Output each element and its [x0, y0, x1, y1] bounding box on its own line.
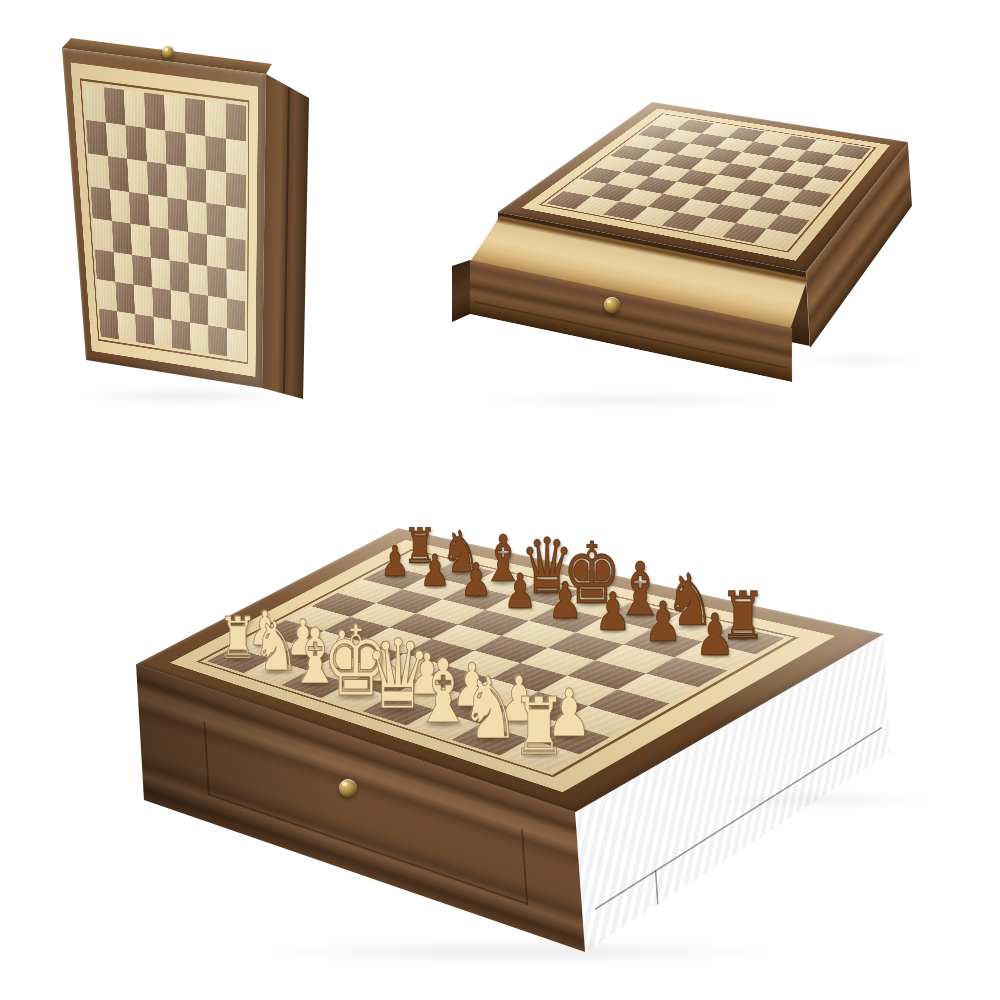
square-g3 [510, 692, 588, 722]
board-square [117, 311, 137, 342]
chess-piece-black-pawn-f7: ♟ [594, 585, 631, 638]
board-square [753, 229, 797, 249]
board-square [650, 139, 689, 154]
board-square [168, 229, 188, 263]
board-square [207, 266, 226, 299]
board-square [791, 189, 832, 207]
square-a4 [286, 606, 350, 630]
square-c8 [469, 571, 538, 595]
chess-piece-black-bishop-c8: ♝ [480, 528, 525, 593]
board-square [718, 163, 758, 179]
board-square [774, 172, 814, 189]
square-c4 [363, 627, 431, 653]
chess-piece-white-knight-b1: ♞ [252, 613, 300, 681]
board-square [706, 204, 749, 223]
chess-piece-black-pawn-c7: ♟ [460, 558, 492, 604]
board-square [95, 249, 115, 282]
chess-piece-white-pawn-e2: ♟ [407, 646, 447, 703]
board-square [167, 197, 187, 232]
board-square [135, 314, 154, 345]
board-square [147, 161, 168, 197]
piece-shadow [486, 579, 520, 587]
square-f5 [520, 648, 596, 676]
chess-piece-white-rook-a1: ♜ [218, 610, 258, 668]
square-a2 [233, 634, 297, 659]
chess-piece-black-bishop-f8: ♝ [614, 552, 666, 626]
chess-piece-white-king-d1: ♚ [322, 613, 390, 710]
square-e6 [502, 621, 575, 648]
square-f8 [602, 602, 678, 629]
board-square [226, 299, 245, 331]
board-square [171, 319, 190, 350]
square-b7 [402, 575, 469, 599]
piece-shadow [252, 643, 277, 649]
board-square [145, 128, 166, 165]
square-a8 [388, 553, 453, 576]
square-e2 [391, 681, 463, 710]
drawer-interior [470, 216, 808, 330]
square-g8 [651, 614, 730, 642]
board-square [749, 197, 791, 215]
square-b4 [324, 617, 390, 642]
piece-shadow [519, 749, 560, 759]
board-square [769, 146, 807, 161]
square-h5 [617, 673, 698, 703]
board-square [206, 203, 226, 238]
right-face-notch [655, 869, 659, 904]
square-d5 [431, 624, 502, 650]
square-e7 [529, 606, 603, 632]
piece-shadow [726, 635, 760, 644]
board-square [767, 215, 810, 234]
piece-shadow [570, 599, 614, 610]
square-d3 [376, 653, 446, 680]
board-square [720, 191, 762, 209]
board-square [152, 287, 171, 319]
square-d2 [349, 668, 419, 696]
board-square [742, 142, 780, 157]
square-c1 [281, 671, 349, 698]
board-square [824, 155, 862, 171]
board-square [796, 150, 834, 165]
left-face-shading [136, 664, 585, 952]
square-e5 [474, 636, 547, 663]
square-g1 [452, 724, 530, 756]
board-square [166, 164, 187, 200]
square-h6 [646, 657, 728, 687]
board-square [677, 199, 720, 218]
square-g7 [623, 629, 702, 657]
board-square [125, 125, 146, 162]
board-square [190, 322, 209, 353]
board-square [677, 170, 718, 187]
board-square [225, 103, 246, 141]
board-square [722, 223, 766, 243]
board-square [705, 174, 746, 191]
chess-piece-black-knight-g8: ♞ [665, 566, 715, 638]
board-square [188, 232, 208, 266]
board-square [762, 184, 803, 202]
chess-piece-black-queen-d8: ♛ [520, 527, 574, 604]
board-square [745, 168, 785, 185]
drawer-end-cap [452, 260, 470, 322]
light-wash [136, 528, 884, 812]
board-square [563, 179, 606, 196]
square-d1 [321, 683, 391, 711]
board-square [546, 191, 591, 209]
box-right-face [806, 142, 912, 348]
board-square [149, 226, 169, 260]
chess-piece-black-pawn-e7: ♟ [548, 576, 583, 626]
board-square [164, 95, 185, 133]
square-b3 [297, 631, 363, 657]
board-square [662, 212, 706, 231]
board-square [625, 135, 664, 150]
chess-piece-black-rook-h8: ♜ [720, 583, 766, 649]
square-h8 [702, 626, 784, 655]
piece-shadow [526, 589, 566, 599]
square-h2 [529, 722, 610, 754]
square-g2 [481, 708, 559, 739]
square-e3 [419, 666, 492, 694]
board-square [165, 130, 186, 167]
chessboard-grid [546, 116, 870, 249]
board-square [622, 160, 663, 176]
board-square [702, 123, 739, 137]
square-d6 [458, 610, 529, 636]
box-top-edge [62, 38, 272, 74]
right-face-seam [595, 727, 882, 911]
board-square [208, 325, 227, 356]
chess-piece-black-rook-a8: ♜ [404, 522, 438, 570]
board-square [664, 129, 702, 143]
square-c6 [416, 599, 485, 624]
board-square [727, 127, 764, 141]
board-square [635, 177, 677, 194]
square-h1 [499, 739, 580, 772]
piece-shadow [456, 705, 487, 713]
board-square [663, 181, 705, 198]
piece-shadow [384, 575, 406, 581]
square-f3 [463, 678, 538, 707]
board-square [580, 167, 622, 184]
brass-knob [604, 297, 620, 313]
piece-shadow [295, 679, 335, 689]
board-square [104, 87, 126, 125]
ground-shadow [460, 392, 800, 408]
board-square [205, 100, 226, 138]
chessboard-top-face [136, 528, 884, 812]
chessboard-grid [84, 85, 246, 360]
chess-piece-black-pawn-a7: ♟ [380, 541, 410, 583]
board-square [88, 153, 109, 189]
chessboard-top-face [62, 48, 266, 388]
chess-piece-black-knight-b8: ♞ [441, 524, 481, 581]
square-c5 [390, 613, 458, 638]
light-wash [62, 48, 266, 388]
square-b8 [428, 562, 495, 585]
piece-shadow [373, 704, 423, 717]
ground-shadow [787, 354, 937, 366]
brass-knob [339, 779, 357, 797]
board-square [91, 186, 112, 221]
chess-piece-white-pawn-d2: ♟ [364, 635, 402, 690]
square-d7 [485, 596, 556, 621]
board-square [148, 194, 168, 229]
board-square [834, 144, 871, 159]
chess-piece-white-queen-e1: ♛ [365, 627, 432, 723]
square-d8 [511, 581, 582, 606]
view-board-with-pieces: ♜♞♝♛♚♝♞♜♟♟♟♟♟♟♟♟♟♟♟♟♟♟♟♟♜♞♝♚♛♝♞♜ [0, 0, 1000, 1000]
square-e1 [363, 696, 435, 725]
board-square [186, 167, 206, 203]
square-g4 [539, 676, 617, 706]
chess-piece-white-bishop-c1: ♝ [288, 618, 342, 695]
chess-piece-black-pawn-g7: ♟ [643, 595, 682, 650]
board-square [134, 285, 154, 317]
board-square [652, 116, 689, 130]
drawer-front [470, 260, 792, 382]
square-c2 [309, 656, 377, 683]
board-square [632, 207, 676, 226]
board-square [108, 156, 129, 192]
chess-piece-white-pawn-f2: ♟ [451, 657, 493, 717]
piece-shadow [408, 561, 433, 567]
chess-piece-white-pawn-g2: ♟ [497, 669, 541, 732]
board-square [170, 260, 190, 293]
board-square [208, 296, 227, 328]
square-b6 [376, 589, 442, 613]
board-square [189, 293, 208, 325]
chess-piece-black-king-e8: ♚ [563, 531, 622, 616]
brass-knob [162, 46, 174, 58]
right-face-grain [575, 634, 890, 952]
board-square [207, 235, 226, 269]
board-square [132, 254, 152, 287]
piece-shadow [420, 719, 466, 731]
board-square [84, 85, 106, 123]
chessboard-grid [207, 553, 785, 772]
square-h7 [674, 641, 756, 670]
board-square [677, 143, 716, 158]
piece-shadow [552, 616, 578, 623]
drawer-front-groove [475, 301, 788, 369]
board-square [153, 317, 172, 348]
board-square [591, 184, 634, 202]
box-side-edge [262, 74, 309, 399]
board-square [757, 157, 796, 173]
square-g5 [567, 660, 646, 689]
square-b5 [350, 603, 416, 628]
board-square [619, 189, 662, 207]
chess-piece-white-pawn-h2: ♟ [546, 681, 592, 747]
board-square [86, 120, 108, 157]
board-square [677, 119, 714, 133]
board-square [112, 221, 132, 255]
board-square [716, 137, 754, 152]
piece-shadow [329, 666, 356, 673]
board-square [144, 92, 165, 130]
board-square [779, 202, 821, 221]
chess-piece-white-pawn-b2: ♟ [285, 614, 320, 664]
chess-piece-white-bishop-f1: ♝ [412, 648, 474, 737]
piece-shadow [223, 656, 253, 663]
board-square [691, 186, 733, 204]
chess-piece-white-pawn-c2: ♟ [324, 624, 361, 676]
square-f1 [406, 709, 481, 739]
board-square [127, 159, 148, 195]
board-square [113, 252, 133, 285]
board-square [106, 122, 128, 159]
piece-shadow [507, 605, 532, 611]
piece-shadow [330, 691, 380, 704]
piece-shadow [446, 570, 476, 577]
board-square [753, 132, 790, 146]
square-a1 [207, 647, 270, 673]
board-square [730, 152, 769, 168]
square-h3 [559, 706, 640, 738]
square-c3 [336, 642, 404, 668]
piece-shadow [412, 691, 442, 698]
square-a6 [338, 579, 402, 602]
board-square [607, 172, 649, 189]
board-square [813, 166, 851, 182]
box-front-left-face [136, 664, 585, 952]
board-square [638, 125, 676, 139]
board-square [115, 282, 135, 314]
piece-shadow [621, 611, 659, 621]
piece-shadow [369, 678, 397, 685]
square-f2 [435, 694, 510, 724]
board-square [226, 172, 246, 208]
board-square [124, 90, 146, 128]
board-square [692, 217, 736, 237]
board-square [807, 140, 844, 155]
board-square [110, 189, 131, 224]
board-square [649, 165, 690, 181]
board-square [733, 179, 774, 196]
chess-piece-black-pawn-b7: ♟ [419, 549, 450, 593]
light-wash [498, 102, 908, 272]
piece-shadow [672, 623, 709, 632]
piece-shadow [290, 654, 316, 660]
square-e8 [556, 592, 630, 618]
view-drawer-open [0, 0, 1000, 1000]
square-h4 [588, 689, 669, 720]
piece-shadow [552, 733, 586, 742]
board-square [97, 279, 117, 311]
ground-shadow [704, 792, 944, 808]
square-c7 [442, 585, 511, 610]
board-square [205, 136, 225, 173]
view-standing-board [0, 0, 1000, 1000]
box-front-right-face [575, 634, 890, 952]
board-square [690, 158, 730, 174]
board-square [227, 328, 246, 359]
chess-piece-white-pawn-a2: ♟ [248, 605, 281, 653]
piece-shadow [599, 627, 626, 634]
piece-shadow [258, 667, 294, 676]
board-square [130, 224, 150, 258]
board-square [226, 205, 246, 240]
chess-piece-black-pawn-h7: ♟ [694, 606, 735, 664]
board-square [170, 290, 189, 322]
board-square [226, 268, 245, 301]
ground-shadow [240, 939, 800, 965]
board-square [780, 136, 817, 151]
board-square [129, 192, 150, 227]
board-square [703, 148, 742, 163]
piece-shadow [423, 584, 446, 590]
board-square [689, 133, 727, 148]
board-square [637, 150, 677, 165]
drawer-seam-bottom [208, 793, 528, 905]
square-b1 [243, 659, 308, 685]
chessboard-top-face [498, 102, 908, 272]
piece-shadow [648, 639, 677, 646]
board-square [184, 98, 205, 136]
board-square [595, 156, 636, 172]
ground-shadow [70, 387, 300, 405]
board-square [610, 145, 650, 160]
board-square [226, 138, 246, 175]
side-groove [283, 86, 290, 394]
square-f4 [492, 663, 568, 692]
square-a3 [260, 620, 324, 645]
board-square [663, 154, 703, 170]
square-e4 [447, 650, 520, 678]
product-photo-stage: ♜♞♝♛♚♝♞♜♟♟♟♟♟♟♟♟♟♟♟♟♟♟♟♟♜♞♝♚♛♝♞♜ [0, 0, 1000, 1000]
board-square [648, 194, 691, 212]
piece-shadow [464, 594, 488, 600]
chess-piece-black-pawn-d7: ♟ [503, 567, 537, 615]
square-b2 [270, 645, 336, 671]
chess-piece-white-rook-h1: ♜ [511, 686, 567, 766]
piece-shadow [700, 652, 730, 660]
board-square [93, 218, 114, 252]
square-f7 [575, 617, 651, 644]
box-underside [498, 212, 810, 346]
board-square [206, 170, 226, 206]
square-a7 [363, 566, 428, 589]
drawer-seam-right [521, 829, 528, 905]
square-f6 [547, 632, 623, 660]
square-a5 [312, 593, 376, 617]
board-square [187, 200, 207, 235]
piece-shadow [503, 719, 536, 727]
board-square [226, 237, 245, 271]
board-square [736, 209, 779, 228]
board-square [188, 263, 207, 296]
board-square [785, 161, 824, 177]
drawer-seam-left [204, 721, 210, 796]
chess-piece-white-knight-g1: ♞ [460, 665, 520, 751]
piece-shadow [468, 734, 513, 745]
square-d4 [404, 639, 474, 666]
board-square [99, 308, 119, 339]
board-square [802, 177, 841, 194]
board-square [603, 201, 648, 220]
square-g6 [595, 644, 674, 673]
board-square [575, 196, 620, 214]
board-square [185, 133, 206, 170]
board-square [151, 257, 171, 290]
